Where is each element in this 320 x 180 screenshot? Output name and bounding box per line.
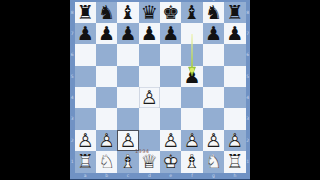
piece-white-pawn[interactable]: ♟♙ bbox=[181, 130, 202, 151]
piece-white-queen[interactable]: ♛♕ bbox=[139, 151, 160, 172]
square-a5[interactable] bbox=[75, 66, 96, 87]
square-d7[interactable]: ♟ bbox=[139, 23, 160, 44]
piece-white-pawn[interactable]: ♟♙ bbox=[160, 130, 181, 151]
piece-black-king[interactable]: ♚ bbox=[160, 2, 181, 23]
chess-board: ♜♞♝♛♚♝♞♜♟♟♟♟♟♟♟♟♟♙♟♙♟♙♟♙♟♙♟♙♟♙♟♙♜♖♞♘♝♗♛♕… bbox=[70, 0, 250, 179]
square-g1[interactable]: ♞♘ bbox=[203, 151, 224, 172]
square-d3[interactable] bbox=[139, 108, 160, 129]
square-a8[interactable]: ♜ bbox=[75, 2, 96, 23]
square-c6[interactable] bbox=[117, 44, 138, 65]
square-g3[interactable] bbox=[203, 108, 224, 129]
square-d5[interactable] bbox=[139, 66, 160, 87]
square-h2[interactable]: ♟♙ bbox=[224, 130, 245, 151]
piece-black-bishop[interactable]: ♝ bbox=[181, 2, 202, 23]
square-b4[interactable] bbox=[96, 87, 117, 108]
square-e6[interactable] bbox=[160, 44, 181, 65]
square-h5[interactable] bbox=[224, 66, 245, 87]
piece-black-knight[interactable]: ♞ bbox=[96, 2, 117, 23]
piece-white-bishop[interactable]: ♝♗ bbox=[181, 151, 202, 172]
letterbox-left bbox=[0, 0, 70, 180]
square-a3[interactable] bbox=[75, 108, 96, 129]
square-g4[interactable] bbox=[203, 87, 224, 108]
file-labels-bottom: abcdefgh bbox=[75, 173, 246, 179]
square-c7[interactable]: ♟ bbox=[117, 23, 138, 44]
piece-white-pawn[interactable]: ♟♙ bbox=[224, 130, 245, 151]
square-c5[interactable] bbox=[117, 66, 138, 87]
piece-white-rook[interactable]: ♜♖ bbox=[224, 151, 245, 172]
square-f5[interactable]: ♟ bbox=[181, 66, 202, 87]
piece-white-pawn[interactable]: ♟♙ bbox=[96, 130, 117, 151]
square-f1[interactable]: ♝♗ bbox=[181, 151, 202, 172]
square-f2[interactable]: ♟♙ bbox=[181, 130, 202, 151]
square-c8[interactable]: ♝ bbox=[117, 2, 138, 23]
piece-black-queen[interactable]: ♛ bbox=[139, 2, 160, 23]
piece-black-pawn[interactable]: ♟ bbox=[224, 23, 245, 44]
square-g6[interactable] bbox=[203, 44, 224, 65]
coord-label: c bbox=[117, 173, 138, 179]
square-e3[interactable] bbox=[160, 108, 181, 129]
coord-label: d bbox=[139, 173, 160, 179]
coord-label: h bbox=[224, 173, 245, 179]
square-b7[interactable]: ♟ bbox=[96, 23, 117, 44]
piece-black-knight[interactable]: ♞ bbox=[203, 2, 224, 23]
square-b2[interactable]: ♟♙ bbox=[96, 130, 117, 151]
square-b8[interactable]: ♞ bbox=[96, 2, 117, 23]
square-c4[interactable] bbox=[117, 87, 138, 108]
piece-white-knight[interactable]: ♞♘ bbox=[203, 151, 224, 172]
square-a7[interactable]: ♟ bbox=[75, 23, 96, 44]
piece-white-bishop[interactable]: ♝♗ bbox=[117, 151, 138, 172]
piece-black-pawn[interactable]: ♟ bbox=[160, 23, 181, 44]
piece-black-rook[interactable]: ♜ bbox=[75, 2, 96, 23]
square-g7[interactable]: ♟ bbox=[203, 23, 224, 44]
coord-label: b bbox=[96, 173, 117, 179]
piece-white-pawn[interactable]: ♟♙ bbox=[203, 130, 224, 151]
square-h8[interactable]: ♜ bbox=[224, 2, 245, 23]
square-h7[interactable]: ♟ bbox=[224, 23, 245, 44]
square-f6[interactable] bbox=[181, 44, 202, 65]
square-g2[interactable]: ♟♙ bbox=[203, 130, 224, 151]
square-e8[interactable]: ♚ bbox=[160, 2, 181, 23]
square-b3[interactable] bbox=[96, 108, 117, 129]
square-a6[interactable] bbox=[75, 44, 96, 65]
square-a1[interactable]: ♜♖ bbox=[75, 151, 96, 172]
square-b5[interactable] bbox=[96, 66, 117, 87]
piece-black-pawn[interactable]: ♟ bbox=[117, 23, 138, 44]
square-g8[interactable]: ♞ bbox=[203, 2, 224, 23]
square-e1[interactable]: ♚♔ bbox=[160, 151, 181, 172]
square-a4[interactable] bbox=[75, 87, 96, 108]
board-grid: ♜♞♝♛♚♝♞♜♟♟♟♟♟♟♟♟♟♙♟♙♟♙♟♙♟♙♟♙♟♙♟♙♜♖♞♘♝♗♛♕… bbox=[75, 2, 246, 173]
coord-label: f bbox=[181, 173, 202, 179]
square-c3[interactable] bbox=[117, 108, 138, 129]
square-f3[interactable] bbox=[181, 108, 202, 129]
square-g5[interactable] bbox=[203, 66, 224, 87]
piece-white-rook[interactable]: ♜♖ bbox=[75, 151, 96, 172]
piece-white-pawn[interactable]: ♟♙ bbox=[117, 130, 138, 151]
square-e4[interactable] bbox=[160, 87, 181, 108]
square-c2[interactable]: ♟♙ bbox=[117, 130, 138, 151]
piece-black-pawn[interactable]: ♟ bbox=[181, 66, 202, 87]
square-d2[interactable] bbox=[139, 130, 160, 151]
square-d4[interactable]: ♟♙ bbox=[139, 87, 160, 108]
piece-black-pawn[interactable]: ♟ bbox=[203, 23, 224, 44]
piece-black-pawn[interactable]: ♟ bbox=[75, 23, 96, 44]
piece-black-bishop[interactable]: ♝ bbox=[117, 2, 138, 23]
square-c1[interactable]: ♝♗ bbox=[117, 151, 138, 172]
square-f7[interactable] bbox=[181, 23, 202, 44]
square-d6[interactable] bbox=[139, 44, 160, 65]
square-h3[interactable] bbox=[224, 108, 245, 129]
square-b1[interactable]: ♞♘ bbox=[96, 151, 117, 172]
square-h1[interactable]: ♜♖ bbox=[224, 151, 245, 172]
square-h6[interactable] bbox=[224, 44, 245, 65]
square-e7[interactable]: ♟ bbox=[160, 23, 181, 44]
piece-white-pawn[interactable]: ♟♙ bbox=[75, 130, 96, 151]
square-d1[interactable]: ♛♕ bbox=[139, 151, 160, 172]
piece-black-pawn[interactable]: ♟ bbox=[139, 23, 160, 44]
piece-white-king[interactable]: ♚♔ bbox=[160, 151, 181, 172]
square-f4[interactable] bbox=[181, 87, 202, 108]
piece-white-knight[interactable]: ♞♘ bbox=[96, 151, 117, 172]
coord-label: g bbox=[203, 173, 224, 179]
square-a2[interactable]: ♟♙ bbox=[75, 130, 96, 151]
square-e5[interactable] bbox=[160, 66, 181, 87]
letterbox-right bbox=[250, 0, 320, 180]
square-f8[interactable]: ♝ bbox=[181, 2, 202, 23]
square-e2[interactable]: ♟♙ bbox=[160, 130, 181, 151]
square-b6[interactable] bbox=[96, 44, 117, 65]
piece-white-pawn[interactable]: ♟♙ bbox=[139, 87, 160, 108]
square-h4[interactable] bbox=[224, 87, 245, 108]
piece-black-rook[interactable]: ♜ bbox=[224, 2, 245, 23]
piece-black-pawn[interactable]: ♟ bbox=[96, 23, 117, 44]
coord-label: e bbox=[160, 173, 181, 179]
square-d8[interactable]: ♛ bbox=[139, 2, 160, 23]
coord-label: a bbox=[75, 173, 96, 179]
